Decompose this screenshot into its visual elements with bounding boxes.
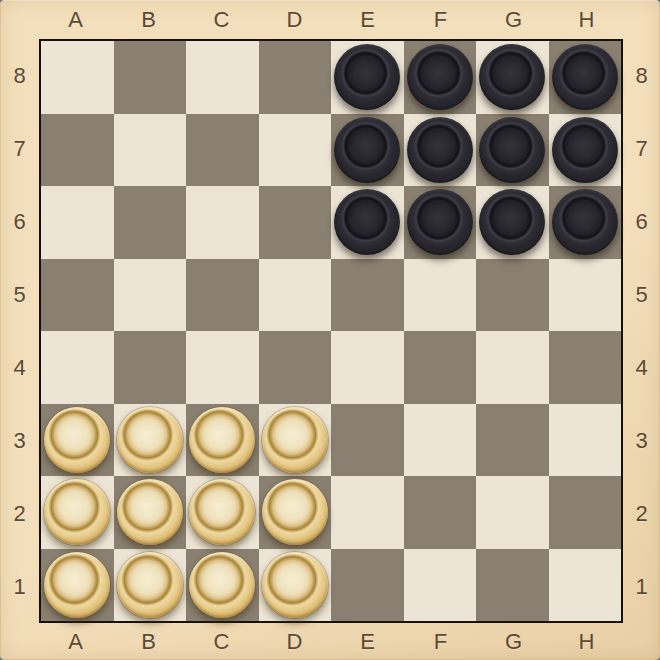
white-man-d1[interactable] [262, 552, 328, 618]
rank-label-left-7: 7 [0, 112, 39, 185]
square-c2[interactable] [186, 476, 259, 549]
square-b8[interactable] [114, 41, 187, 114]
white-man-b2[interactable] [117, 479, 183, 545]
square-b6[interactable] [114, 186, 187, 259]
black-man-h8[interactable] [552, 44, 618, 110]
square-b1[interactable] [114, 549, 187, 622]
black-man-f8[interactable] [407, 44, 473, 110]
square-g5[interactable] [476, 259, 549, 332]
black-man-e8[interactable] [334, 44, 400, 110]
file-label-top-h: H [550, 0, 623, 39]
square-c6[interactable] [186, 186, 259, 259]
rank-label-left-5: 5 [0, 258, 39, 331]
file-label-bottom-g: G [477, 623, 550, 660]
square-f7[interactable] [404, 114, 477, 187]
rank-labels-right: 87654321 [623, 39, 660, 623]
square-f4[interactable] [404, 331, 477, 404]
square-d7[interactable] [259, 114, 332, 187]
rank-label-right-6: 6 [623, 185, 660, 258]
file-label-top-f: F [404, 0, 477, 39]
square-e2[interactable] [331, 476, 404, 549]
black-man-h7[interactable] [552, 117, 618, 183]
rank-label-right-8: 8 [623, 39, 660, 112]
square-e5[interactable] [331, 259, 404, 332]
rank-label-right-1: 1 [623, 550, 660, 623]
square-b4[interactable] [114, 331, 187, 404]
square-a1[interactable] [41, 549, 114, 622]
white-man-d2[interactable] [262, 479, 328, 545]
file-label-bottom-e: E [331, 623, 404, 660]
square-e1[interactable] [331, 549, 404, 622]
white-man-c2[interactable] [189, 479, 255, 545]
file-labels-bottom: ABCDEFGH [39, 623, 623, 660]
square-f3[interactable] [404, 404, 477, 477]
square-h8[interactable] [549, 41, 622, 114]
rank-label-left-1: 1 [0, 550, 39, 623]
rank-label-left-6: 6 [0, 185, 39, 258]
square-e7[interactable] [331, 114, 404, 187]
square-c1[interactable] [186, 549, 259, 622]
checkers-board [39, 39, 623, 623]
white-man-b1[interactable] [117, 552, 183, 618]
white-man-a1[interactable] [44, 552, 110, 618]
white-man-c3[interactable] [189, 407, 255, 473]
black-man-e6[interactable] [334, 189, 400, 255]
square-h5[interactable] [549, 259, 622, 332]
rank-label-left-4: 4 [0, 331, 39, 404]
square-a8[interactable] [41, 41, 114, 114]
file-label-top-d: D [258, 0, 331, 39]
square-e6[interactable] [331, 186, 404, 259]
file-label-bottom-d: D [258, 623, 331, 660]
square-d3[interactable] [259, 404, 332, 477]
square-b7[interactable] [114, 114, 187, 187]
white-man-d3[interactable] [262, 407, 328, 473]
rank-label-left-8: 8 [0, 39, 39, 112]
square-g4[interactable] [476, 331, 549, 404]
square-a5[interactable] [41, 259, 114, 332]
square-a4[interactable] [41, 331, 114, 404]
square-c3[interactable] [186, 404, 259, 477]
white-man-a3[interactable] [44, 407, 110, 473]
square-d1[interactable] [259, 549, 332, 622]
black-man-h6[interactable] [552, 189, 618, 255]
black-man-f7[interactable] [407, 117, 473, 183]
rank-labels-left: 87654321 [0, 39, 39, 623]
file-label-top-b: B [112, 0, 185, 39]
square-e3[interactable] [331, 404, 404, 477]
square-f6[interactable] [404, 186, 477, 259]
square-e4[interactable] [331, 331, 404, 404]
board-frame: ABCDEFGH ABCDEFGH 87654321 87654321 [0, 0, 660, 660]
file-label-top-g: G [477, 0, 550, 39]
rank-label-left-2: 2 [0, 477, 39, 550]
square-h3[interactable] [549, 404, 622, 477]
square-c8[interactable] [186, 41, 259, 114]
square-h4[interactable] [549, 331, 622, 404]
square-b3[interactable] [114, 404, 187, 477]
black-man-g8[interactable] [479, 44, 545, 110]
square-d8[interactable] [259, 41, 332, 114]
square-d4[interactable] [259, 331, 332, 404]
file-label-bottom-h: H [550, 623, 623, 660]
square-a3[interactable] [41, 404, 114, 477]
square-h1[interactable] [549, 549, 622, 622]
white-man-a2[interactable] [44, 479, 110, 545]
square-a2[interactable] [41, 476, 114, 549]
rank-label-right-5: 5 [623, 258, 660, 331]
square-f5[interactable] [404, 259, 477, 332]
square-g6[interactable] [476, 186, 549, 259]
square-c5[interactable] [186, 259, 259, 332]
square-d6[interactable] [259, 186, 332, 259]
rank-label-right-3: 3 [623, 404, 660, 477]
square-f8[interactable] [404, 41, 477, 114]
file-label-bottom-c: C [185, 623, 258, 660]
square-g1[interactable] [476, 549, 549, 622]
rank-label-left-3: 3 [0, 404, 39, 477]
square-b2[interactable] [114, 476, 187, 549]
black-man-g7[interactable] [479, 117, 545, 183]
black-man-f6[interactable] [407, 189, 473, 255]
white-man-c1[interactable] [189, 552, 255, 618]
square-e8[interactable] [331, 41, 404, 114]
square-f1[interactable] [404, 549, 477, 622]
square-g2[interactable] [476, 476, 549, 549]
square-g7[interactable] [476, 114, 549, 187]
square-g8[interactable] [476, 41, 549, 114]
square-a6[interactable] [41, 186, 114, 259]
black-man-g6[interactable] [479, 189, 545, 255]
file-label-bottom-a: A [39, 623, 112, 660]
file-label-top-c: C [185, 0, 258, 39]
file-labels-top: ABCDEFGH [39, 0, 623, 39]
square-c4[interactable] [186, 331, 259, 404]
square-c7[interactable] [186, 114, 259, 187]
square-h7[interactable] [549, 114, 622, 187]
square-d2[interactable] [259, 476, 332, 549]
square-g3[interactable] [476, 404, 549, 477]
square-d5[interactable] [259, 259, 332, 332]
square-a7[interactable] [41, 114, 114, 187]
square-h2[interactable] [549, 476, 622, 549]
file-label-bottom-f: F [404, 623, 477, 660]
file-label-top-e: E [331, 0, 404, 39]
black-man-e7[interactable] [334, 117, 400, 183]
square-f2[interactable] [404, 476, 477, 549]
square-b5[interactable] [114, 259, 187, 332]
rank-label-right-4: 4 [623, 331, 660, 404]
rank-label-right-7: 7 [623, 112, 660, 185]
rank-label-right-2: 2 [623, 477, 660, 550]
file-label-bottom-b: B [112, 623, 185, 660]
file-label-top-a: A [39, 0, 112, 39]
square-h6[interactable] [549, 186, 622, 259]
white-man-b3[interactable] [117, 407, 183, 473]
